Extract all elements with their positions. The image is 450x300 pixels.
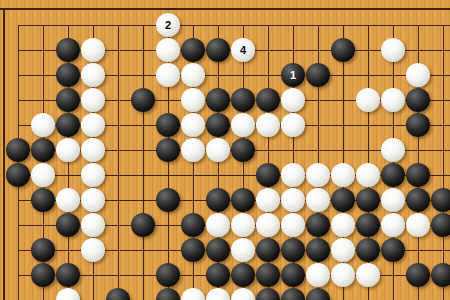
white-stone[interactable] bbox=[181, 288, 205, 300]
white-stone[interactable] bbox=[281, 88, 305, 112]
black-stone[interactable] bbox=[256, 88, 280, 112]
white-stone[interactable] bbox=[331, 213, 355, 237]
black-stone[interactable] bbox=[231, 188, 255, 212]
black-stone[interactable] bbox=[56, 263, 80, 287]
white-stone[interactable] bbox=[181, 113, 205, 137]
white-stone[interactable] bbox=[256, 213, 280, 237]
white-stone[interactable] bbox=[81, 238, 105, 262]
white-stone[interactable] bbox=[281, 113, 305, 137]
white-stone[interactable] bbox=[331, 263, 355, 287]
white-stone[interactable] bbox=[406, 213, 430, 237]
white-stone[interactable] bbox=[331, 163, 355, 187]
black-stone[interactable] bbox=[206, 188, 230, 212]
white-stone[interactable] bbox=[231, 288, 255, 300]
go-board[interactable]: 241 bbox=[0, 0, 450, 300]
white-stone[interactable] bbox=[31, 163, 55, 187]
black-stone[interactable] bbox=[381, 163, 405, 187]
black-stone[interactable] bbox=[181, 238, 205, 262]
black-stone[interactable] bbox=[406, 263, 430, 287]
white-stone[interactable] bbox=[206, 213, 230, 237]
white-stone[interactable] bbox=[406, 63, 430, 87]
grid-line-vertical bbox=[118, 25, 119, 300]
white-stone[interactable] bbox=[81, 63, 105, 87]
grid-line-horizontal bbox=[18, 25, 450, 26]
black-stone[interactable] bbox=[281, 63, 305, 87]
white-stone[interactable] bbox=[156, 38, 180, 62]
black-stone[interactable] bbox=[306, 63, 330, 87]
black-stone[interactable] bbox=[431, 263, 450, 287]
black-stone[interactable] bbox=[231, 138, 255, 162]
black-stone[interactable] bbox=[6, 163, 30, 187]
white-stone[interactable] bbox=[256, 188, 280, 212]
white-stone[interactable] bbox=[381, 213, 405, 237]
black-stone[interactable] bbox=[156, 263, 180, 287]
white-stone[interactable] bbox=[231, 113, 255, 137]
black-stone[interactable] bbox=[406, 113, 430, 137]
black-stone[interactable] bbox=[56, 113, 80, 137]
white-stone[interactable] bbox=[281, 188, 305, 212]
black-stone[interactable] bbox=[181, 38, 205, 62]
black-stone[interactable] bbox=[306, 288, 330, 300]
white-stone[interactable] bbox=[81, 38, 105, 62]
black-stone[interactable] bbox=[356, 213, 380, 237]
black-stone[interactable] bbox=[206, 238, 230, 262]
white-stone[interactable] bbox=[356, 263, 380, 287]
white-stone[interactable] bbox=[256, 113, 280, 137]
white-stone[interactable] bbox=[381, 188, 405, 212]
white-stone[interactable] bbox=[306, 188, 330, 212]
black-stone[interactable] bbox=[231, 263, 255, 287]
black-stone[interactable] bbox=[406, 188, 430, 212]
black-stone[interactable] bbox=[281, 263, 305, 287]
black-stone[interactable] bbox=[156, 113, 180, 137]
black-stone[interactable] bbox=[206, 88, 230, 112]
black-stone[interactable] bbox=[106, 288, 130, 300]
black-stone[interactable] bbox=[31, 138, 55, 162]
white-stone[interactable] bbox=[156, 63, 180, 87]
white-stone[interactable] bbox=[381, 38, 405, 62]
white-stone[interactable] bbox=[356, 163, 380, 187]
black-stone[interactable] bbox=[6, 138, 30, 162]
grid-line-vertical bbox=[443, 25, 444, 300]
white-stone[interactable] bbox=[281, 213, 305, 237]
white-stone[interactable] bbox=[181, 88, 205, 112]
white-stone[interactable] bbox=[306, 163, 330, 187]
white-stone[interactable] bbox=[356, 88, 380, 112]
black-stone[interactable] bbox=[56, 63, 80, 87]
black-stone[interactable] bbox=[331, 188, 355, 212]
white-stone[interactable] bbox=[306, 263, 330, 287]
board-left-edge bbox=[3, 8, 5, 300]
white-stone[interactable] bbox=[81, 188, 105, 212]
white-stone[interactable] bbox=[381, 88, 405, 112]
white-stone[interactable] bbox=[81, 213, 105, 237]
white-stone[interactable] bbox=[331, 238, 355, 262]
white-stone[interactable] bbox=[81, 88, 105, 112]
black-stone[interactable] bbox=[231, 88, 255, 112]
black-stone[interactable] bbox=[31, 263, 55, 287]
black-stone[interactable] bbox=[306, 238, 330, 262]
board-top-edge bbox=[0, 8, 450, 10]
white-stone[interactable] bbox=[81, 163, 105, 187]
white-stone[interactable] bbox=[231, 238, 255, 262]
white-stone[interactable] bbox=[181, 63, 205, 87]
black-stone[interactable] bbox=[256, 288, 280, 300]
white-stone[interactable] bbox=[381, 138, 405, 162]
black-stone[interactable] bbox=[156, 188, 180, 212]
white-stone[interactable] bbox=[31, 113, 55, 137]
black-stone[interactable] bbox=[206, 113, 230, 137]
black-stone[interactable] bbox=[281, 288, 305, 300]
white-stone[interactable] bbox=[56, 138, 80, 162]
black-stone[interactable] bbox=[156, 288, 180, 300]
white-stone[interactable] bbox=[206, 288, 230, 300]
white-stone[interactable] bbox=[56, 188, 80, 212]
white-stone[interactable] bbox=[281, 163, 305, 187]
black-stone[interactable] bbox=[356, 188, 380, 212]
black-stone[interactable] bbox=[356, 238, 380, 262]
black-stone[interactable] bbox=[406, 88, 430, 112]
black-stone[interactable] bbox=[31, 238, 55, 262]
black-stone[interactable] bbox=[256, 263, 280, 287]
white-stone[interactable] bbox=[156, 13, 180, 37]
black-stone[interactable] bbox=[181, 213, 205, 237]
white-stone[interactable] bbox=[81, 113, 105, 137]
black-stone[interactable] bbox=[306, 213, 330, 237]
black-stone[interactable] bbox=[381, 238, 405, 262]
black-stone[interactable] bbox=[31, 188, 55, 212]
black-stone[interactable] bbox=[331, 38, 355, 62]
black-stone[interactable] bbox=[406, 163, 430, 187]
black-stone[interactable] bbox=[131, 88, 155, 112]
white-stone[interactable] bbox=[206, 138, 230, 162]
black-stone[interactable] bbox=[56, 88, 80, 112]
black-stone[interactable] bbox=[206, 263, 230, 287]
white-stone[interactable] bbox=[56, 288, 80, 300]
white-stone[interactable] bbox=[231, 213, 255, 237]
black-stone[interactable] bbox=[281, 238, 305, 262]
white-stone[interactable] bbox=[181, 138, 205, 162]
black-stone[interactable] bbox=[256, 163, 280, 187]
black-stone[interactable] bbox=[256, 238, 280, 262]
white-stone[interactable] bbox=[231, 38, 255, 62]
grid-line-vertical bbox=[143, 25, 144, 300]
black-stone[interactable] bbox=[206, 38, 230, 62]
black-stone[interactable] bbox=[156, 138, 180, 162]
black-stone[interactable] bbox=[131, 213, 155, 237]
black-stone[interactable] bbox=[56, 213, 80, 237]
black-stone[interactable] bbox=[56, 38, 80, 62]
black-stone[interactable] bbox=[431, 213, 450, 237]
white-stone[interactable] bbox=[81, 138, 105, 162]
black-stone[interactable] bbox=[431, 188, 450, 212]
